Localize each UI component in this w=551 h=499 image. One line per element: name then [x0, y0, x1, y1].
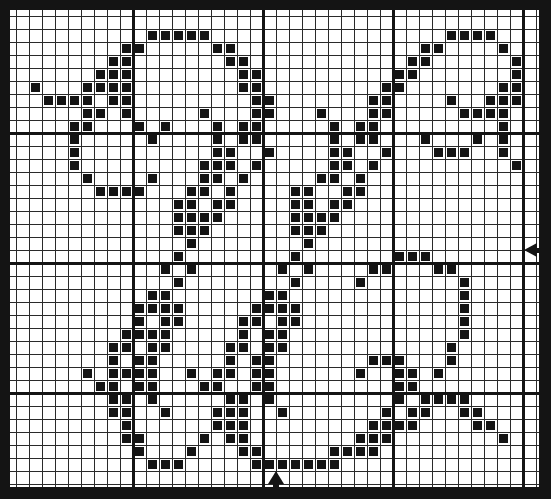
stitch-cell: [330, 460, 339, 469]
stitch-cell: [369, 447, 378, 456]
stitch-cell: [96, 187, 105, 196]
stitch-cell: [122, 109, 131, 118]
stitch-cell: [122, 57, 131, 66]
stitch-cell: [304, 265, 313, 274]
stitch-cell: [213, 122, 222, 131]
stitch-cell: [252, 356, 261, 365]
stitch-cell: [304, 213, 313, 222]
stitch-cell: [31, 83, 40, 92]
stitch-cell: [122, 330, 131, 339]
stitch-cell: [239, 447, 248, 456]
stitch-cell: [226, 434, 235, 443]
stitch-cell: [226, 44, 235, 53]
stitch-cell: [265, 96, 274, 105]
stitch-cell: [148, 356, 157, 365]
stitch-cell: [135, 44, 144, 53]
stitch-cell: [291, 226, 300, 235]
stitch-cell: [460, 278, 469, 287]
stitch-cell: [187, 31, 196, 40]
stitch-cell: [122, 408, 131, 417]
stitch-cell: [226, 200, 235, 209]
stitch-cell: [356, 122, 365, 131]
stitch-cell: [239, 174, 248, 183]
stitch-cell: [434, 44, 443, 53]
stitch-cell: [239, 343, 248, 352]
stitch-cell: [473, 421, 482, 430]
stitch-cell: [213, 135, 222, 144]
stitch-cell: [460, 148, 469, 157]
stitch-cell: [109, 187, 118, 196]
stitch-cell: [252, 382, 261, 391]
stitch-cell: [174, 304, 183, 313]
stitch-cell: [148, 330, 157, 339]
stitch-cell: [499, 148, 508, 157]
stitch-cell: [304, 187, 313, 196]
stitch-cell: [252, 317, 261, 326]
stitch-cell: [187, 265, 196, 274]
stitch-cell: [382, 83, 391, 92]
stitch-cell: [187, 226, 196, 235]
stitch-cell: [408, 369, 417, 378]
stitch-cell: [109, 96, 118, 105]
stitch-cell: [83, 369, 92, 378]
stitch-cell: [239, 135, 248, 144]
stitch-cell: [486, 421, 495, 430]
stitch-cell: [213, 369, 222, 378]
stitch-cell: [200, 187, 209, 196]
stitch-cell: [148, 395, 157, 404]
stitch-cell: [265, 343, 274, 352]
stitch-cell: [122, 44, 131, 53]
stitch-cell: [226, 57, 235, 66]
stitch-cell: [109, 343, 118, 352]
stitch-cell: [135, 447, 144, 456]
stitch-cell: [395, 382, 404, 391]
stitch-cell: [174, 31, 183, 40]
stitch-cell: [226, 369, 235, 378]
stitch-cell: [473, 31, 482, 40]
stitch-cell: [252, 83, 261, 92]
stitch-cell: [317, 460, 326, 469]
stitch-cell: [161, 31, 170, 40]
stitch-cell: [265, 109, 274, 118]
stitch-cell: [265, 395, 274, 404]
stitch-cell: [291, 213, 300, 222]
stitch-cell: [200, 161, 209, 170]
stitch-cell: [291, 252, 300, 261]
stitch-cell: [213, 161, 222, 170]
stitch-cell: [330, 161, 339, 170]
stitch-cell: [70, 148, 79, 157]
stitch-cell: [213, 200, 222, 209]
stitch-cell: [200, 213, 209, 222]
stitch-cell: [343, 161, 352, 170]
stitch-cell: [226, 343, 235, 352]
stitch-cell: [278, 408, 287, 417]
stitch-cell: [252, 304, 261, 313]
bold-horizontal-line: [3, 132, 549, 135]
stitch-cell: [447, 356, 456, 365]
stitch-cell: [239, 408, 248, 417]
stitch-cell: [252, 447, 261, 456]
stitch-cell: [122, 421, 131, 430]
stitch-cell: [213, 174, 222, 183]
cross-stitch-chart: [0, 0, 551, 499]
stitch-cell: [382, 408, 391, 417]
stitch-cell: [382, 96, 391, 105]
stitch-cell: [330, 148, 339, 157]
stitch-cell: [135, 434, 144, 443]
stitch-cell: [161, 291, 170, 300]
stitch-cell: [421, 57, 430, 66]
stitch-cell: [252, 460, 261, 469]
bold-vertical-line: [262, 3, 265, 497]
stitch-cell: [96, 382, 105, 391]
stitch-cell: [382, 356, 391, 365]
stitch-cell: [174, 278, 183, 287]
stitch-cell: [473, 135, 482, 144]
stitch-cell: [499, 83, 508, 92]
stitch-cell: [135, 369, 144, 378]
stitch-cell: [252, 369, 261, 378]
stitch-cell: [122, 434, 131, 443]
stitch-cell: [512, 83, 521, 92]
stitch-cell: [239, 70, 248, 79]
stitch-cell: [109, 70, 118, 79]
stitch-cell: [148, 135, 157, 144]
stitch-cell: [408, 57, 417, 66]
stitch-cell: [512, 57, 521, 66]
frame-left: [0, 0, 10, 499]
grid-lines: [3, 3, 550, 498]
stitch-cell: [83, 96, 92, 105]
stitch-cell: [421, 395, 430, 404]
center-column-arrow-tail: [273, 483, 279, 499]
stitch-cell: [460, 395, 469, 404]
stitch-cell: [512, 70, 521, 79]
stitch-cell: [161, 460, 170, 469]
stitch-cell: [343, 148, 352, 157]
stitch-cell: [265, 369, 274, 378]
stitch-cell: [70, 122, 79, 131]
stitch-cell: [343, 187, 352, 196]
stitch-cell: [486, 96, 495, 105]
stitch-cell: [122, 96, 131, 105]
stitch-cell: [395, 252, 404, 261]
stitch-cell: [434, 148, 443, 157]
stitch-cell: [473, 408, 482, 417]
stitch-cell: [304, 239, 313, 248]
stitch-cell: [213, 148, 222, 157]
stitch-cell: [148, 369, 157, 378]
stitch-cell: [226, 187, 235, 196]
stitch-cell: [135, 356, 144, 365]
stitch-cell: [291, 278, 300, 287]
stitch-cell: [239, 421, 248, 430]
stitch-cell: [226, 161, 235, 170]
frame-top: [0, 0, 551, 10]
stitch-cell: [265, 291, 274, 300]
stitch-cell: [447, 343, 456, 352]
stitch-cell: [499, 109, 508, 118]
stitch-cell: [161, 317, 170, 326]
stitch-cell: [161, 122, 170, 131]
stitch-cell: [239, 83, 248, 92]
stitch-cell: [187, 200, 196, 209]
stitch-cell: [109, 395, 118, 404]
stitch-cell: [213, 44, 222, 53]
stitch-cell: [200, 434, 209, 443]
stitch-cell: [109, 369, 118, 378]
stitch-cell: [356, 187, 365, 196]
stitch-cell: [122, 70, 131, 79]
stitch-cell: [291, 187, 300, 196]
stitch-cell: [278, 460, 287, 469]
stitch-cell: [174, 226, 183, 235]
stitch-cell: [226, 408, 235, 417]
stitch-cell: [135, 382, 144, 391]
stitch-cell: [148, 460, 157, 469]
stitch-cell: [369, 265, 378, 274]
stitch-cell: [161, 343, 170, 352]
stitch-cell: [278, 304, 287, 313]
stitch-cell: [486, 31, 495, 40]
stitch-cell: [408, 421, 417, 430]
stitch-cell: [187, 213, 196, 222]
stitch-cell: [226, 356, 235, 365]
stitch-cell: [460, 109, 469, 118]
stitch-cell: [96, 83, 105, 92]
stitch-cell: [200, 226, 209, 235]
stitch-cell: [265, 356, 274, 365]
stitch-cell: [304, 460, 313, 469]
stitch-cell: [278, 265, 287, 274]
stitch-cell: [122, 369, 131, 378]
stitch-cell: [161, 408, 170, 417]
stitch-cell: [447, 265, 456, 274]
stitch-cell: [369, 434, 378, 443]
stitch-cell: [369, 135, 378, 144]
stitch-cell: [187, 239, 196, 248]
stitch-cell: [148, 343, 157, 352]
stitch-cell: [213, 382, 222, 391]
stitch-cell: [83, 122, 92, 131]
stitch-cell: [499, 135, 508, 144]
stitch-cell: [252, 122, 261, 131]
stitch-cell: [382, 148, 391, 157]
stitch-cell: [408, 382, 417, 391]
stitch-cell: [460, 31, 469, 40]
stitch-cell: [330, 122, 339, 131]
stitch-cell: [356, 278, 365, 287]
stitch-cell: [96, 109, 105, 118]
stitch-cell: [135, 187, 144, 196]
stitch-cell: [252, 135, 261, 144]
stitch-cell: [265, 148, 274, 157]
stitch-cell: [57, 96, 66, 105]
stitch-cell: [291, 317, 300, 326]
stitch-cell: [122, 187, 131, 196]
stitch-cell: [278, 291, 287, 300]
stitch-cell: [148, 304, 157, 313]
stitch-cell: [369, 161, 378, 170]
stitch-cell: [291, 200, 300, 209]
stitch-cell: [343, 447, 352, 456]
stitch-cell: [174, 200, 183, 209]
stitch-cell: [187, 447, 196, 456]
stitch-cell: [330, 213, 339, 222]
stitch-cell: [213, 408, 222, 417]
stitch-cell: [343, 200, 352, 209]
stitch-cell: [369, 356, 378, 365]
stitch-cell: [499, 434, 508, 443]
stitch-cell: [330, 447, 339, 456]
stitch-cell: [356, 434, 365, 443]
stitch-cell: [304, 226, 313, 235]
stitch-cell: [148, 174, 157, 183]
stitch-cell: [278, 343, 287, 352]
stitch-cell: [356, 135, 365, 144]
stitch-cell: [109, 408, 118, 417]
stitch-cell: [512, 96, 521, 105]
stitch-cell: [395, 83, 404, 92]
center-row-arrow-tail: [535, 248, 551, 253]
stitch-cell: [395, 421, 404, 430]
stitch-cell: [96, 70, 105, 79]
stitch-cell: [148, 291, 157, 300]
stitch-cell: [291, 304, 300, 313]
stitch-cell: [317, 213, 326, 222]
stitch-cell: [161, 304, 170, 313]
stitch-cell: [395, 395, 404, 404]
stitch-cell: [200, 174, 209, 183]
stitch-cell: [265, 330, 274, 339]
stitch-cell: [109, 356, 118, 365]
stitch-cell: [148, 382, 157, 391]
stitch-cell: [434, 395, 443, 404]
stitch-cell: [213, 213, 222, 222]
stitch-cell: [239, 395, 248, 404]
stitch-cell: [382, 421, 391, 430]
stitch-cell: [447, 148, 456, 157]
stitch-cell: [447, 31, 456, 40]
stitch-cell: [174, 213, 183, 222]
stitch-cell: [252, 70, 261, 79]
stitch-cell: [122, 83, 131, 92]
stitch-cell: [109, 83, 118, 92]
stitch-cell: [239, 122, 248, 131]
stitch-cell: [421, 135, 430, 144]
stitch-cell: [408, 408, 417, 417]
stitch-cell: [252, 96, 261, 105]
stitch-cell: [330, 174, 339, 183]
stitch-cell: [369, 122, 378, 131]
stitch-cell: [447, 395, 456, 404]
stitch-cell: [369, 96, 378, 105]
stitch-cell: [161, 330, 170, 339]
stitch-cell: [200, 382, 209, 391]
stitch-cell: [83, 109, 92, 118]
stitch-cell: [330, 200, 339, 209]
stitch-cell: [265, 460, 274, 469]
stitch-cell: [356, 174, 365, 183]
stitch-cell: [460, 291, 469, 300]
stitch-cell: [317, 174, 326, 183]
bold-horizontal-line: [3, 262, 549, 265]
stitch-cell: [252, 109, 261, 118]
stitch-cell: [369, 421, 378, 430]
stitch-cell: [122, 395, 131, 404]
stitch-cell: [512, 161, 521, 170]
stitch-cell: [161, 265, 170, 274]
stitch-cell: [213, 421, 222, 430]
stitch-cell: [460, 330, 469, 339]
stitch-cell: [395, 369, 404, 378]
stitch-cell: [135, 122, 144, 131]
stitch-cell: [265, 382, 274, 391]
stitch-cell: [265, 304, 274, 313]
stitch-cell: [421, 44, 430, 53]
stitch-cell: [356, 447, 365, 456]
stitch-cell: [135, 317, 144, 326]
stitch-cell: [395, 70, 404, 79]
stitch-cell: [135, 330, 144, 339]
stitch-cell: [434, 265, 443, 274]
stitch-cell: [83, 174, 92, 183]
stitch-cell: [109, 382, 118, 391]
stitch-cell: [174, 252, 183, 261]
stitch-cell: [70, 161, 79, 170]
stitch-cell: [499, 122, 508, 131]
stitch-cell: [278, 317, 287, 326]
stitch-cell: [382, 434, 391, 443]
stitch-cell: [70, 135, 79, 144]
stitch-cell: [239, 57, 248, 66]
stitch-cell: [356, 369, 365, 378]
stitch-cell: [135, 304, 144, 313]
stitch-cell: [200, 109, 209, 118]
stitch-cell: [239, 434, 248, 443]
stitch-cell: [460, 304, 469, 313]
stitch-cell: [486, 109, 495, 118]
stitch-cell: [421, 252, 430, 261]
stitch-cell: [239, 330, 248, 339]
stitch-cell: [408, 70, 417, 79]
stitch-cell: [252, 161, 261, 170]
stitch-cell: [382, 265, 391, 274]
stitch-cell: [291, 460, 300, 469]
bold-vertical-line: [132, 3, 135, 497]
stitch-cell: [473, 109, 482, 118]
stitch-cell: [460, 408, 469, 417]
stitch-cell: [434, 369, 443, 378]
stitch-cell: [460, 317, 469, 326]
stitch-cell: [447, 96, 456, 105]
stitch-cell: [174, 460, 183, 469]
stitch-cell: [369, 109, 378, 118]
stitch-cell: [70, 96, 79, 105]
stitch-cell: [174, 317, 183, 326]
stitch-cell: [44, 96, 53, 105]
stitch-cell: [226, 148, 235, 157]
stitch-cell: [226, 395, 235, 404]
stitch-cell: [395, 356, 404, 365]
stitch-cell: [382, 109, 391, 118]
stitch-cell: [109, 57, 118, 66]
stitch-cell: [317, 226, 326, 235]
stitch-cell: [499, 96, 508, 105]
stitch-cell: [187, 187, 196, 196]
